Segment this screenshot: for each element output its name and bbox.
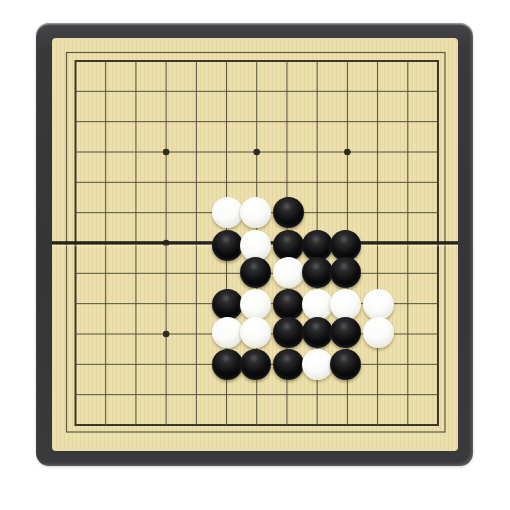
white-stone[interactable] — [212, 197, 243, 228]
white-stone[interactable] — [330, 289, 361, 320]
white-stone[interactable] — [302, 289, 333, 320]
white-stone[interactable] — [240, 230, 271, 261]
white-stone[interactable] — [302, 349, 333, 380]
black-stone[interactable] — [330, 349, 361, 380]
black-stone[interactable] — [302, 317, 333, 348]
black-stone[interactable] — [302, 257, 333, 288]
black-stone[interactable] — [273, 317, 304, 348]
black-stone[interactable] — [273, 230, 304, 261]
black-stone[interactable] — [212, 230, 243, 261]
white-stone[interactable] — [212, 317, 243, 348]
white-stone[interactable] — [240, 317, 271, 348]
black-stone[interactable] — [240, 257, 271, 288]
black-stone[interactable] — [302, 230, 333, 261]
black-stone[interactable] — [212, 289, 243, 320]
black-stone[interactable] — [330, 257, 361, 288]
white-stone[interactable] — [363, 317, 394, 348]
black-stone[interactable] — [212, 349, 243, 380]
black-stone[interactable] — [330, 230, 361, 261]
go-board-photo — [0, 0, 510, 510]
black-stone[interactable] — [330, 317, 361, 348]
black-stone[interactable] — [240, 349, 271, 380]
